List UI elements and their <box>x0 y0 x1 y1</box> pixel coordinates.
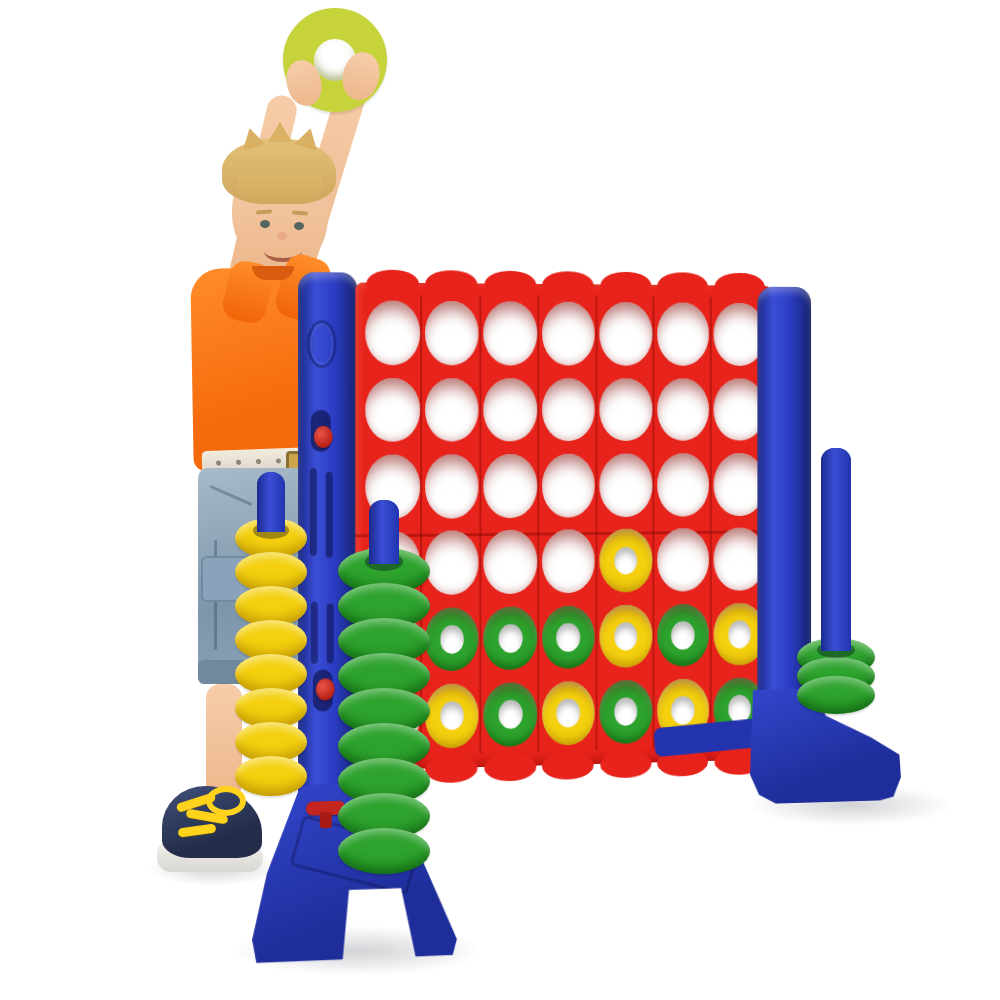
green-disc <box>484 682 538 747</box>
board-cell-col3-row1 <box>481 295 539 371</box>
board-cell-col4-row5 <box>539 599 597 676</box>
board-cell-col1-row1 <box>363 294 422 371</box>
empty-hole <box>484 454 538 518</box>
empty-hole <box>542 454 595 518</box>
yellow-disc <box>600 604 653 668</box>
board-cell-col2-row4 <box>422 524 481 601</box>
green-disc <box>484 606 538 671</box>
empty-hole <box>366 378 420 443</box>
empty-hole <box>366 301 420 366</box>
post-groove <box>327 603 334 663</box>
board-scallop-bump <box>425 754 477 783</box>
board-cell-col4-row1 <box>539 296 597 372</box>
yellow-disc <box>425 683 479 749</box>
empty-hole <box>600 302 653 366</box>
board-cell-col5-row6 <box>597 673 654 750</box>
empty-hole <box>657 378 709 441</box>
board-scallop-bump <box>600 750 651 779</box>
board-cell-col6-row2 <box>654 372 711 447</box>
board-cell-col6-row3 <box>654 447 711 523</box>
empty-hole <box>425 301 479 365</box>
post-oval-emboss <box>307 320 337 368</box>
board-cell-col5-row5 <box>597 598 654 675</box>
board-scallops <box>355 282 773 285</box>
board-cell-col5-row3 <box>597 447 654 523</box>
product-photo-giant-connect-four <box>0 0 1000 1000</box>
board-cell-col2-row6 <box>422 677 481 755</box>
green-disc <box>600 679 653 744</box>
board-cell-col3-row6 <box>481 676 539 754</box>
disc-stack-pole-tip <box>821 448 851 651</box>
board-cell-col2-row1 <box>422 295 481 372</box>
empty-hole <box>425 378 479 442</box>
green-spare-disc <box>338 828 430 874</box>
yellow-spare-disc <box>235 756 307 796</box>
board-scallop-bump <box>484 753 536 782</box>
empty-hole <box>484 530 538 595</box>
empty-hole <box>600 453 653 517</box>
green-spare-disc <box>797 676 875 714</box>
green-disc <box>542 605 595 670</box>
yellow-disc <box>542 681 595 746</box>
board-cell-col5-row1 <box>597 296 654 372</box>
empty-hole <box>425 454 479 519</box>
board-cell-col3-row2 <box>481 372 539 448</box>
post-groove <box>326 472 333 558</box>
disc-stack-pole-tip <box>257 472 285 532</box>
board-cell-col4-row3 <box>539 447 597 523</box>
post-groove <box>311 602 318 664</box>
board-cell-col4-row4 <box>539 523 597 600</box>
board-cell-col6-row1 <box>654 297 711 372</box>
green-disc <box>425 607 479 672</box>
board-cell-col2-row2 <box>422 372 481 449</box>
empty-hole <box>542 529 595 593</box>
empty-hole <box>657 453 709 517</box>
board-cell-col4-row2 <box>539 372 597 448</box>
board-cell-col3-row4 <box>481 524 539 601</box>
disc-stack-pole-tip <box>369 500 399 564</box>
empty-hole <box>484 301 538 365</box>
boy-nose <box>277 232 287 240</box>
red-lock-pin <box>314 426 333 448</box>
empty-hole <box>542 302 595 366</box>
empty-hole <box>657 528 709 592</box>
board-cell-col4-row6 <box>539 675 597 752</box>
board-cell-col2-row5 <box>422 601 481 679</box>
boy-hair-fringe <box>238 176 322 202</box>
post-groove <box>310 468 317 556</box>
red-release-handle-stem <box>320 812 332 828</box>
board-cell-col5-row2 <box>597 372 654 448</box>
board-cell-col1-row2 <box>363 371 422 448</box>
board-cell-col2-row3 <box>422 448 481 525</box>
shoe-lace-loop <box>206 786 246 816</box>
board-cell-col6-row5 <box>654 597 711 673</box>
green-disc <box>657 603 709 667</box>
board-cell-col3-row5 <box>481 600 539 677</box>
empty-hole <box>425 530 479 595</box>
boy-eye <box>294 222 304 230</box>
board-scallop-bump <box>542 751 594 780</box>
empty-hole <box>657 303 709 366</box>
empty-hole <box>600 378 653 442</box>
boy-eye <box>260 220 270 228</box>
empty-hole <box>484 378 538 442</box>
board-cell-col6-row4 <box>654 522 711 598</box>
board-cell-col3-row3 <box>481 448 539 525</box>
board-cell-col5-row4 <box>597 523 654 599</box>
yellow-disc <box>600 529 653 593</box>
empty-hole <box>542 378 595 442</box>
